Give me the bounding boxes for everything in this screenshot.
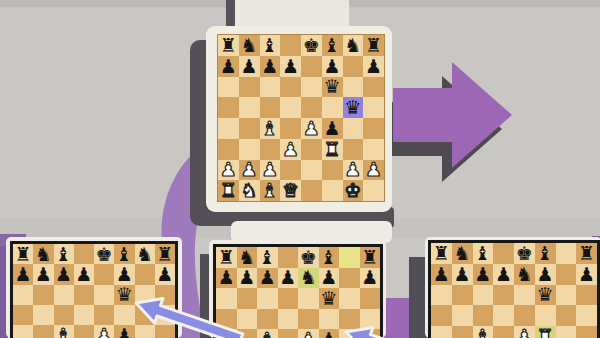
sq-c8: ♝ (473, 243, 494, 264)
sq-h7: ♟ (363, 56, 384, 77)
sq-d6 (493, 285, 514, 306)
animation-stage: ♜♞♝♚♝♞♜♟♟♟♟♟♟♛♛♝♟♟♟♜♟♟♟♟♟♜♞♝♛♚ ♜♞♝♚♝♞♜♟♟… (0, 0, 600, 338)
sq-c6 (257, 288, 278, 309)
sq-e4: ♟ (514, 326, 535, 338)
sq-e4: ♟ (298, 329, 319, 338)
piece-black-pawn: ♟ (433, 265, 450, 284)
sq-g5 (135, 305, 155, 325)
sq-h4 (360, 329, 381, 338)
sq-b4 (33, 325, 53, 338)
piece-white-rook: ♜ (537, 327, 554, 338)
sq-a6 (13, 285, 33, 305)
piece-black-bishop: ♝ (537, 244, 554, 263)
sq-g4 (135, 325, 155, 338)
sq-e5 (514, 305, 535, 326)
sq-c4: ♝ (257, 329, 278, 338)
sq-f6: ♛ (322, 77, 343, 98)
sq-a5 (13, 305, 33, 325)
sq-e5 (298, 309, 319, 330)
sq-b4 (237, 329, 258, 338)
piece-black-rook: ♜ (15, 245, 32, 264)
sq-h4 (576, 326, 597, 338)
sq-g2: ♟ (343, 160, 364, 181)
sq-b8: ♞ (239, 35, 260, 56)
sq-g7 (135, 264, 155, 284)
sq-d7: ♟ (74, 264, 94, 284)
sq-c4: ♝ (54, 325, 74, 338)
piece-black-knight: ♞ (136, 245, 153, 264)
piece-black-pawn: ♟ (361, 268, 378, 287)
piece-black-knight: ♞ (454, 244, 471, 263)
sq-a2: ♟ (218, 160, 239, 181)
sq-h5 (576, 305, 597, 326)
sq-e6 (94, 285, 114, 305)
sq-e8: ♚ (301, 35, 322, 56)
sq-c4: ♝ (260, 118, 281, 139)
sq-h5 (360, 309, 381, 330)
sq-e7 (301, 56, 322, 77)
sq-h1 (363, 180, 384, 201)
sq-a7: ♟ (431, 264, 452, 285)
sq-f5 (114, 305, 134, 325)
sq-a6 (431, 285, 452, 306)
piece-black-rook: ♜ (156, 245, 173, 264)
sq-g5: ♛ (343, 97, 364, 118)
sq-d6 (74, 285, 94, 305)
piece-black-bishop: ♝ (116, 245, 133, 264)
sq-b1: ♞ (239, 180, 260, 201)
sq-b8: ♞ (452, 243, 473, 264)
piece-black-pawn: ♟ (474, 265, 491, 284)
piece-white-pawn: ♟ (365, 160, 382, 179)
sq-d3: ♟ (280, 139, 301, 160)
piece-white-pawn: ♟ (220, 160, 237, 179)
piece-white-pawn: ♟ (516, 327, 533, 338)
sq-b5 (33, 305, 53, 325)
sq-d2 (280, 160, 301, 181)
sq-d4 (278, 329, 299, 338)
sq-e7: ♞ (298, 268, 319, 289)
sq-g6 (556, 285, 577, 306)
piece-black-knight: ♞ (300, 268, 317, 287)
piece-black-pawn: ♟ (495, 265, 512, 284)
sq-e3 (301, 139, 322, 160)
sq-d4 (280, 118, 301, 139)
sq-a6 (218, 77, 239, 98)
piece-black-pawn: ♟ (241, 57, 258, 76)
piece-black-pawn: ♟ (320, 330, 337, 338)
sq-d8 (278, 247, 299, 268)
sq-d7: ♟ (278, 268, 299, 289)
sq-g6 (343, 77, 364, 98)
piece-black-king: ♚ (300, 248, 317, 267)
sq-d7: ♟ (493, 264, 514, 285)
sq-e5 (94, 305, 114, 325)
piece-black-pawn: ♟ (324, 119, 341, 138)
sq-f4: ♟ (319, 329, 340, 338)
sq-e7: ♞ (514, 264, 535, 285)
sq-e6 (514, 285, 535, 306)
sq-g6 (339, 288, 360, 309)
sq-f7: ♟ (114, 264, 134, 284)
sq-g4 (343, 118, 364, 139)
sq-b7: ♟ (452, 264, 473, 285)
sq-g8 (339, 247, 360, 268)
sq-f3: ♜ (322, 139, 343, 160)
sq-g8: ♞ (343, 35, 364, 56)
sq-f4: ♟ (322, 118, 343, 139)
big-arrow-shadow (383, 76, 502, 182)
piece-black-king: ♚ (96, 245, 113, 264)
sq-g1: ♚ (343, 180, 364, 201)
sq-f8: ♝ (322, 35, 343, 56)
piece-black-pawn: ♟ (282, 57, 299, 76)
piece-white-pawn: ♟ (303, 119, 320, 138)
sq-a5 (218, 97, 239, 118)
sq-c5 (473, 305, 494, 326)
sq-a8: ♜ (216, 247, 237, 268)
sq-b8: ♞ (237, 247, 258, 268)
child-board-middle: ♜♞♝♚♝♜♟♟♟♟♞♟♟♛♝♟♟♟♜♟♟♟♟♟♜♞♝♛♚ (216, 247, 380, 338)
piece-black-bishop: ♝ (320, 248, 337, 267)
sq-h6 (155, 285, 175, 305)
sq-g6 (135, 285, 155, 305)
piece-white-bishop: ♝ (261, 119, 278, 138)
sq-a5 (431, 305, 452, 326)
sq-e1 (301, 180, 322, 201)
sq-c6 (473, 285, 494, 306)
piece-black-pawn: ♟ (218, 268, 235, 287)
piece-white-bishop: ♝ (261, 181, 278, 200)
sq-g3 (343, 139, 364, 160)
sq-d5 (278, 309, 299, 330)
sq-b5 (237, 309, 258, 330)
piece-white-pawn: ♟ (241, 160, 258, 179)
piece-black-pawn: ♟ (261, 57, 278, 76)
sq-h8: ♜ (360, 247, 381, 268)
piece-black-knight: ♞ (238, 248, 255, 267)
sq-f6: ♛ (114, 285, 134, 305)
sq-a1: ♜ (218, 180, 239, 201)
piece-white-pawn: ♟ (96, 326, 113, 338)
sq-c7: ♟ (473, 264, 494, 285)
piece-black-pawn: ♟ (279, 268, 296, 287)
sq-b6 (239, 77, 260, 98)
sq-a7: ♟ (13, 264, 33, 284)
sq-e8: ♚ (94, 244, 114, 264)
sq-h7: ♟ (155, 264, 175, 284)
sq-d6 (280, 77, 301, 98)
sq-a4 (13, 325, 33, 338)
sq-e5 (301, 97, 322, 118)
sq-g7 (343, 56, 364, 77)
piece-black-bishop: ♝ (259, 248, 276, 267)
piece-black-bishop: ♝ (324, 36, 341, 55)
piece-black-pawn: ♟ (238, 268, 255, 287)
piece-black-queen: ♛ (320, 289, 337, 308)
sq-c2: ♟ (260, 160, 281, 181)
piece-black-pawn: ♟ (537, 265, 554, 284)
sq-h3 (363, 139, 384, 160)
sq-h2: ♟ (363, 160, 384, 181)
sq-d8 (493, 243, 514, 264)
sq-h4 (155, 325, 175, 338)
purple-backdrop-gap (383, 298, 412, 338)
piece-black-knight: ♞ (241, 36, 258, 55)
sq-f7: ♟ (319, 268, 340, 289)
sq-a4 (216, 329, 237, 338)
sq-a5 (216, 309, 237, 330)
sq-f7: ♟ (322, 56, 343, 77)
sq-h7: ♟ (576, 264, 597, 285)
sq-h8: ♜ (576, 243, 597, 264)
sq-b8: ♞ (33, 244, 53, 264)
piece-black-queen: ♛ (344, 98, 361, 117)
piece-black-queen: ♛ (537, 285, 554, 304)
piece-white-pawn: ♟ (300, 330, 317, 338)
piece-white-bishop: ♝ (55, 326, 72, 338)
sq-d5 (74, 305, 94, 325)
sq-b2: ♟ (239, 160, 260, 181)
piece-black-pawn: ♟ (578, 265, 595, 284)
sq-b7: ♟ (239, 56, 260, 77)
sq-c1: ♝ (260, 180, 281, 201)
sq-b4 (239, 118, 260, 139)
piece-black-pawn: ♟ (116, 265, 133, 284)
sq-g8: ♞ (135, 244, 155, 264)
sq-f6: ♛ (319, 288, 340, 309)
sq-h5 (363, 97, 384, 118)
sq-d5 (280, 97, 301, 118)
piece-black-pawn: ♟ (55, 265, 72, 284)
piece-white-knight: ♞ (241, 181, 258, 200)
piece-black-pawn: ♟ (156, 265, 173, 284)
piece-black-pawn: ♟ (259, 268, 276, 287)
sq-c5 (257, 309, 278, 330)
piece-black-pawn: ♟ (324, 57, 341, 76)
sq-g5 (556, 305, 577, 326)
piece-white-bishop: ♝ (259, 330, 276, 338)
piece-white-pawn: ♟ (282, 140, 299, 159)
sq-a4 (218, 118, 239, 139)
sq-f8: ♝ (114, 244, 134, 264)
sq-e7 (94, 264, 114, 284)
piece-white-king: ♚ (344, 181, 361, 200)
sq-f8: ♝ (319, 247, 340, 268)
sq-c7: ♟ (54, 264, 74, 284)
piece-white-bishop: ♝ (474, 327, 491, 338)
piece-black-rook: ♜ (218, 248, 235, 267)
piece-black-pawn: ♟ (320, 268, 337, 287)
sq-h5 (155, 305, 175, 325)
main-board: ♜♞♝♚♝♞♜♟♟♟♟♟♟♛♛♝♟♟♟♜♟♟♟♟♟♜♞♝♛♚ (218, 35, 384, 201)
sq-e4: ♟ (301, 118, 322, 139)
sq-h4 (363, 118, 384, 139)
sq-e8: ♚ (514, 243, 535, 264)
sq-a6 (216, 288, 237, 309)
piece-black-knight: ♞ (516, 265, 533, 284)
sq-g7 (556, 264, 577, 285)
child-board-left: ♜♞♝♚♝♞♜♟♟♟♟♟♟♛♝♟♟♟♜♟♟♟♟♟♜♞♝♛♚ (13, 244, 175, 338)
piece-black-king: ♚ (303, 36, 320, 55)
sq-a8: ♜ (431, 243, 452, 264)
sq-f4: ♟ (114, 325, 134, 338)
sq-f6: ♛ (535, 285, 556, 306)
piece-black-bishop: ♝ (55, 245, 72, 264)
sq-g7 (339, 268, 360, 289)
piece-black-pawn: ♟ (116, 326, 133, 338)
sq-b7: ♟ (237, 268, 258, 289)
sq-c8: ♝ (257, 247, 278, 268)
sq-a7: ♟ (218, 56, 239, 77)
piece-black-pawn: ♟ (220, 57, 237, 76)
sq-c5 (54, 305, 74, 325)
sq-e2 (301, 160, 322, 181)
piece-black-knight: ♞ (344, 36, 361, 55)
piece-black-queen: ♛ (324, 77, 341, 96)
sq-b5 (239, 97, 260, 118)
sq-g5 (339, 309, 360, 330)
piece-black-rook: ♜ (220, 36, 237, 55)
piece-black-pawn: ♟ (75, 265, 92, 284)
sq-f7: ♟ (535, 264, 556, 285)
piece-white-rook: ♜ (324, 140, 341, 159)
sq-e6 (301, 77, 322, 98)
sq-f5 (319, 309, 340, 330)
piece-white-rook: ♜ (220, 181, 237, 200)
sq-g4 (556, 326, 577, 338)
piece-black-pawn: ♟ (454, 265, 471, 284)
sq-c8: ♝ (54, 244, 74, 264)
sq-c4: ♝ (473, 326, 494, 338)
piece-black-pawn: ♟ (365, 57, 382, 76)
sq-a7: ♟ (216, 268, 237, 289)
sq-e6 (298, 288, 319, 309)
sq-f8: ♝ (535, 243, 556, 264)
piece-white-queen: ♛ (282, 181, 299, 200)
piece-black-knight: ♞ (35, 245, 52, 264)
sq-a8: ♜ (218, 35, 239, 56)
sq-c6 (260, 77, 281, 98)
sq-f5 (322, 97, 343, 118)
sq-d8 (74, 244, 94, 264)
sq-c3 (260, 139, 281, 160)
sq-c5 (260, 97, 281, 118)
sq-d8 (280, 35, 301, 56)
sq-c6 (54, 285, 74, 305)
piece-white-pawn: ♟ (261, 160, 278, 179)
piece-white-pawn: ♟ (344, 160, 361, 179)
sq-a4 (431, 326, 452, 338)
next-position-arrow-icon (393, 62, 512, 168)
sq-b6 (33, 285, 53, 305)
sq-h6 (576, 285, 597, 306)
sq-d7: ♟ (280, 56, 301, 77)
piece-black-rook: ♜ (361, 248, 378, 267)
sq-h7: ♟ (360, 268, 381, 289)
sq-c7: ♟ (260, 56, 281, 77)
sq-b3 (239, 139, 260, 160)
sq-b7: ♟ (33, 264, 53, 284)
sq-d4 (493, 326, 514, 338)
sq-b6 (237, 288, 258, 309)
piece-black-pawn: ♟ (15, 265, 32, 284)
sq-f4: ♜ (535, 326, 556, 338)
sq-d4 (74, 325, 94, 338)
sq-d6 (278, 288, 299, 309)
sq-h6 (363, 77, 384, 98)
sq-f2 (322, 160, 343, 181)
sq-a3 (218, 139, 239, 160)
sq-g4 (339, 329, 360, 338)
sq-g8 (556, 243, 577, 264)
sq-c8: ♝ (260, 35, 281, 56)
sq-c7: ♟ (257, 268, 278, 289)
piece-black-queen: ♛ (116, 285, 133, 304)
sq-h6 (360, 288, 381, 309)
sq-h8: ♜ (363, 35, 384, 56)
sq-f5 (535, 305, 556, 326)
piece-black-rook: ♜ (578, 244, 595, 263)
sq-b6 (452, 285, 473, 306)
sq-b5 (452, 305, 473, 326)
child-board-right: ♜♞♝♚♝♜♟♟♟♟♞♟♟♛♝♟♜♟♟♟♟♟♟♜♞♝♛♚ (431, 243, 597, 338)
sq-b4 (452, 326, 473, 338)
sq-f1 (322, 180, 343, 201)
sq-d5 (493, 305, 514, 326)
piece-black-bishop: ♝ (474, 244, 491, 263)
piece-black-rook: ♜ (433, 244, 450, 263)
sq-d1: ♛ (280, 180, 301, 201)
piece-black-king: ♚ (516, 244, 533, 263)
piece-black-rook: ♜ (365, 36, 382, 55)
piece-black-pawn: ♟ (35, 265, 52, 284)
sq-e4: ♟ (94, 325, 114, 338)
sq-e8: ♚ (298, 247, 319, 268)
sq-a8: ♜ (13, 244, 33, 264)
piece-black-bishop: ♝ (261, 36, 278, 55)
sq-h8: ♜ (155, 244, 175, 264)
